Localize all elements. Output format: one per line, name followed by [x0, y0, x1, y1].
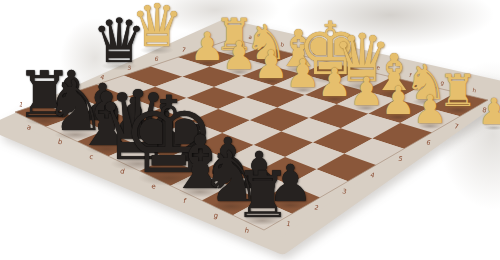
product-photo-chess-set: aabbccddeeffgghh1122334455667788 ♜♞♝♚♛♝♞…: [0, 0, 500, 260]
chess-board: aabbccddeeffgghh1122334455667788: [0, 0, 500, 260]
rank-label-right-8: 8: [482, 106, 488, 115]
rank-label-left-1: 1: [18, 100, 23, 108]
